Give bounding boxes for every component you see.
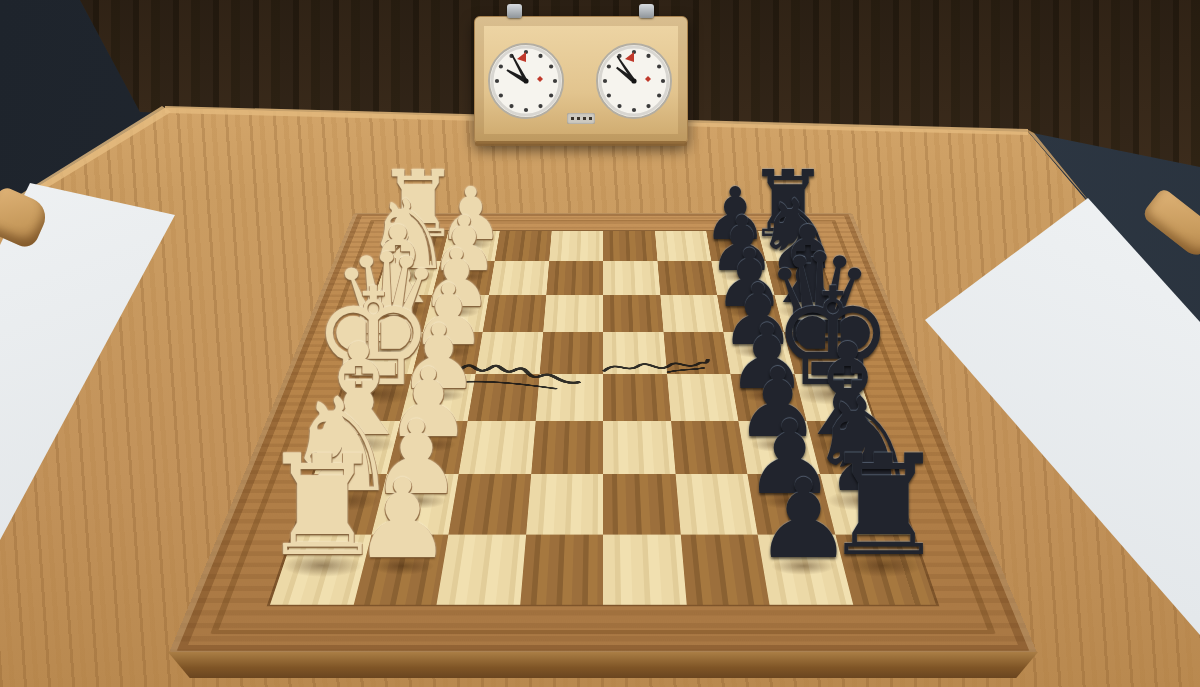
square-b3[interactable] — [489, 261, 549, 295]
square-a6[interactable] — [655, 231, 712, 261]
square-a7[interactable] — [706, 231, 765, 261]
square-f4[interactable] — [531, 421, 603, 474]
square-g2[interactable] — [371, 474, 459, 535]
square-f3[interactable] — [459, 421, 536, 474]
square-a1[interactable] — [386, 231, 448, 261]
square-b5[interactable] — [603, 261, 660, 295]
square-a8[interactable] — [758, 231, 820, 261]
clock-base — [475, 141, 687, 146]
maker-plaque — [567, 113, 595, 124]
square-c7[interactable] — [717, 295, 784, 332]
clock-plunger-right — [639, 4, 654, 18]
square-h3[interactable] — [437, 535, 526, 605]
square-h5[interactable] — [603, 535, 686, 605]
square-a5[interactable] — [603, 231, 657, 261]
clock-dial-left — [487, 42, 565, 120]
square-a2[interactable] — [440, 231, 499, 261]
square-b8[interactable] — [766, 261, 832, 295]
square-c3[interactable] — [483, 295, 546, 332]
square-h4[interactable] — [520, 535, 603, 605]
square-c4[interactable] — [543, 295, 603, 332]
match-scene: ♜♞♝♛♚♝♞♜♟♟♟♟♟♟♟♟♟♟♟♟♟♟♟♟♜♞♝♛♚♝♞♜ — [0, 0, 1200, 687]
board-frame — [168, 213, 1038, 655]
square-b6[interactable] — [657, 261, 717, 295]
square-h6[interactable] — [680, 535, 769, 605]
square-c1[interactable] — [362, 295, 432, 332]
square-c2[interactable] — [422, 295, 489, 332]
square-b2[interactable] — [432, 261, 495, 295]
square-d7[interactable] — [723, 332, 794, 374]
square-g5[interactable] — [603, 474, 680, 535]
clock-plunger-left — [507, 4, 522, 18]
square-d1[interactable] — [348, 332, 422, 374]
board-frame-front-face — [168, 652, 1038, 678]
square-c5[interactable] — [603, 295, 663, 332]
chess-clock — [474, 16, 688, 144]
square-c8[interactable] — [774, 295, 844, 332]
signature-left — [407, 347, 591, 402]
square-g3[interactable] — [448, 474, 530, 535]
square-h2[interactable] — [353, 535, 448, 605]
square-f2[interactable] — [386, 421, 467, 474]
square-e7[interactable] — [730, 374, 806, 421]
square-b7[interactable] — [711, 261, 774, 295]
square-f5[interactable] — [603, 421, 675, 474]
square-g4[interactable] — [526, 474, 603, 535]
square-a3[interactable] — [495, 231, 552, 261]
clock-dial-right — [595, 42, 673, 120]
square-b1[interactable] — [375, 261, 441, 295]
square-f6[interactable] — [671, 421, 748, 474]
square-b4[interactable] — [546, 261, 603, 295]
chess-board — [168, 205, 1038, 655]
signature-right — [597, 351, 711, 384]
square-a4[interactable] — [549, 231, 603, 261]
square-g6[interactable] — [675, 474, 757, 535]
chair-arm-right — [1141, 187, 1200, 261]
square-c6[interactable] — [660, 295, 723, 332]
